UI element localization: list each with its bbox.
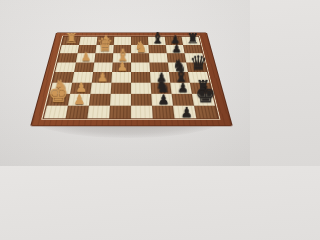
black-pawn-b7: ♟ [167, 34, 185, 54]
white-queen-b3: ♛ [96, 34, 114, 54]
black-pawn-h7: ♟ [175, 95, 197, 119]
black-pawn-g6: ♟ [153, 83, 174, 106]
black-rook-a8: ♜ [183, 26, 200, 45]
black-king-g8: ♚ [195, 83, 216, 106]
chess-board-frame: ♜♞♚♟♟♟♟♛♟♝♟♞♝♟♞♟♟♟♞♝♟♟♜♛♜♚ [30, 33, 233, 127]
white-pawn-e3: ♟ [92, 61, 112, 83]
white-knight-b5: ♞ [132, 34, 150, 54]
white-king-g1: ♚ [47, 83, 68, 106]
chessboard-photo-scene: ♜♞♚♟♟♟♟♛♟♝♟♞♝♟♞♟♟♟♞♝♟♟♜♛♜♚ [45, 0, 218, 159]
white-pawn-d4: ♟ [113, 52, 132, 73]
black-pawn-f7: ♟ [172, 72, 192, 94]
black-queen-d8: ♛ [189, 52, 208, 73]
board-pieces-layer: ♜♞♚♟♟♟♟♛♟♝♟♞♝♟♞♟♟♟♞♝♟♟♜♛♜♚ [44, 37, 218, 119]
black-bishop-a6: ♝ [149, 26, 166, 45]
white-pawn-g2: ♟ [68, 83, 89, 106]
white-pawn-c2: ♟ [76, 42, 94, 62]
